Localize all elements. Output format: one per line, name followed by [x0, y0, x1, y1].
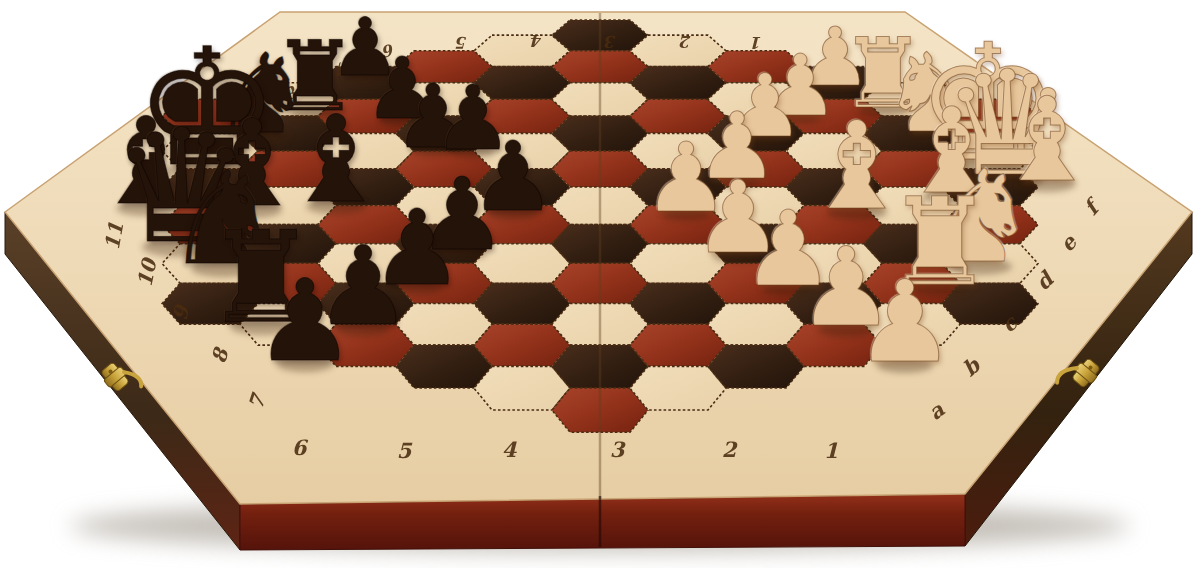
hex-cell[interactable] [630, 283, 726, 324]
piece-white-pawn[interactable]: ♟ [854, 266, 955, 379]
hex-cell[interactable] [474, 366, 570, 410]
hex-cell[interactable] [474, 283, 570, 324]
hex-cell[interactable] [474, 324, 570, 366]
hex-cell[interactable] [630, 324, 726, 366]
product-photo: 654321789101112345678abcdef ♚♛♜♜♞♞♝♝♝♟♟♟… [0, 0, 1200, 568]
piece-black-pawn[interactable]: ♟ [254, 265, 355, 378]
hex-cell[interactable] [396, 345, 492, 388]
hex-cell[interactable] [630, 35, 726, 66]
hex-cell[interactable] [474, 35, 570, 66]
hex-cell[interactable] [708, 345, 804, 388]
hex-cell[interactable] [630, 366, 726, 410]
